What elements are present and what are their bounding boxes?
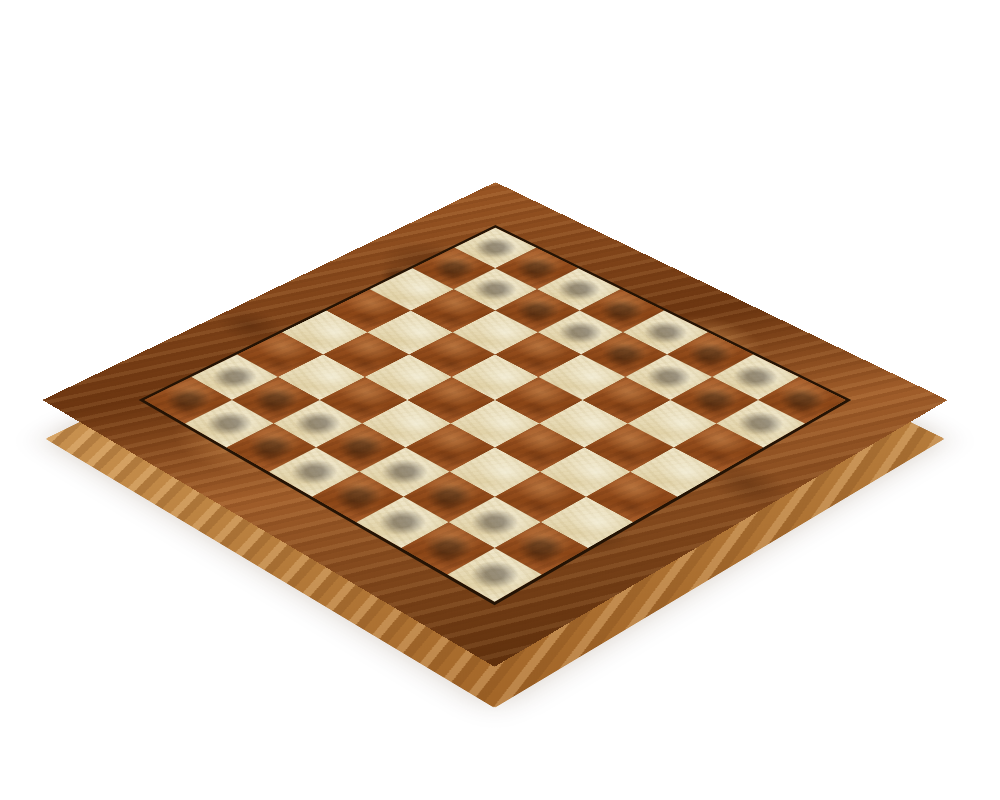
black-pawn-icon: ♟ bbox=[733, 323, 788, 432]
product-photo-scene: ♜♞♝♛♚♝♞♜♟♟♟♟♟♟♟♟♟♟♟♟♟♟♟♟♜♞♝♛♚♝♞♜ bbox=[0, 0, 1000, 800]
white-rook-icon: ♜ bbox=[463, 450, 526, 586]
board-frame: ♜♞♝♛♚♝♞♜♟♟♟♟♟♟♟♟♟♟♟♟♟♟♟♟♜♞♝♛♚♝♞♜ bbox=[42, 182, 947, 667]
chess-board: ♜♞♝♛♚♝♞♜♟♟♟♟♟♟♟♟♟♟♟♟♟♟♟♟♜♞♝♛♚♝♞♜ bbox=[42, 182, 947, 667]
square-h1[interactable]: ♜ bbox=[448, 548, 542, 602]
square-h4[interactable] bbox=[586, 472, 677, 522]
